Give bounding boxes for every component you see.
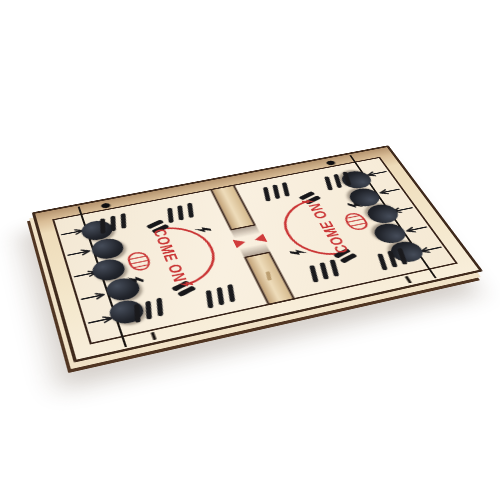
- speed-dash: [100, 219, 105, 234]
- lightning-bolt-icon: [126, 276, 143, 283]
- fist-icon: [343, 212, 370, 231]
- emblem-text: COME ON: [305, 202, 353, 255]
- band-anchor-mark: [404, 276, 411, 283]
- board-frame: COME ON: [32, 145, 483, 362]
- direction-arrow-icon: [66, 247, 94, 260]
- playfield: COME ON: [52, 157, 458, 345]
- product-photo-background: COME ON: [0, 0, 500, 500]
- sling-puck-board: COME ON: [32, 145, 483, 362]
- emblem-text: COME ON: [149, 228, 190, 284]
- band-anchor-mark: [150, 332, 156, 340]
- lightning-bolt-icon: [348, 202, 364, 208]
- direction-arrow-icon: [79, 290, 109, 304]
- fist-icon: [126, 251, 151, 271]
